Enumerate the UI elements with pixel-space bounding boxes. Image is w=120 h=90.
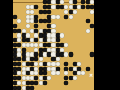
white-stone[interactable]	[39, 57, 43, 61]
white-stone[interactable]	[56, 71, 60, 75]
white-stone[interactable]	[51, 0, 55, 4]
white-stone[interactable]	[73, 10, 77, 14]
black-stone[interactable]	[64, 67, 68, 71]
white-stone[interactable]	[51, 62, 55, 66]
black-stone[interactable]	[34, 57, 38, 61]
white-stone[interactable]	[60, 48, 64, 52]
black-stone[interactable]	[86, 19, 90, 23]
white-stone[interactable]	[51, 71, 55, 75]
go-board[interactable]: ✕	[13, 0, 94, 90]
black-stone[interactable]	[17, 57, 21, 61]
white-stone[interactable]	[34, 67, 38, 71]
white-stone[interactable]	[64, 5, 68, 9]
white-stone[interactable]	[86, 29, 90, 33]
black-stone[interactable]	[34, 19, 38, 23]
black-stone[interactable]	[34, 81, 38, 85]
white-stone[interactable]	[51, 43, 55, 47]
white-stone[interactable]	[64, 43, 68, 47]
black-stone[interactable]	[17, 29, 21, 33]
black-stone[interactable]	[56, 38, 60, 42]
white-stone[interactable]	[34, 62, 38, 66]
black-stone[interactable]	[34, 5, 38, 9]
white-stone[interactable]	[69, 15, 73, 19]
white-stone[interactable]	[30, 10, 34, 14]
white-stone[interactable]	[81, 71, 85, 75]
white-stone[interactable]	[56, 57, 60, 61]
black-stone[interactable]	[69, 10, 73, 14]
white-stone[interactable]	[34, 48, 38, 52]
black-stone[interactable]	[77, 67, 81, 71]
white-stone[interactable]	[26, 33, 30, 37]
white-stone[interactable]	[17, 81, 21, 85]
white-stone[interactable]	[51, 29, 55, 33]
black-stone[interactable]	[17, 86, 21, 90]
white-stone[interactable]	[64, 71, 68, 75]
white-stone[interactable]	[60, 33, 64, 37]
white-stone[interactable]	[69, 5, 73, 9]
white-stone[interactable]	[17, 19, 21, 23]
black-stone[interactable]	[34, 15, 38, 19]
black-stone[interactable]	[13, 24, 17, 28]
black-stone[interactable]	[43, 81, 47, 85]
white-stone[interactable]	[51, 33, 55, 37]
black-stone[interactable]	[69, 52, 73, 56]
letterbox-left	[0, 0, 13, 90]
black-stone[interactable]	[17, 76, 21, 80]
black-stone[interactable]	[51, 57, 55, 61]
black-stone[interactable]	[69, 76, 73, 80]
black-stone[interactable]	[34, 38, 38, 42]
white-stone[interactable]	[47, 76, 51, 80]
black-stone[interactable]	[81, 5, 85, 9]
white-stone[interactable]	[17, 71, 21, 75]
white-stone[interactable]	[17, 38, 21, 42]
white-stone[interactable]	[51, 15, 55, 19]
black-stone[interactable]	[47, 10, 51, 14]
white-stone[interactable]	[51, 48, 55, 52]
white-stone[interactable]	[64, 52, 68, 56]
black-stone[interactable]	[86, 67, 90, 71]
black-stone[interactable]	[56, 67, 60, 71]
black-stone[interactable]	[43, 71, 47, 75]
white-stone[interactable]	[51, 38, 55, 42]
black-stone[interactable]	[64, 15, 68, 19]
white-stone[interactable]	[64, 10, 68, 14]
white-stone[interactable]	[34, 71, 38, 75]
white-stone[interactable]	[51, 52, 55, 56]
letterbox-right	[94, 0, 120, 90]
white-stone[interactable]	[51, 67, 55, 71]
white-stone[interactable]	[22, 29, 26, 33]
black-stone[interactable]	[34, 24, 38, 28]
black-stone[interactable]	[73, 0, 77, 4]
cursor-mark-icon: ✕	[89, 73, 93, 78]
white-stone[interactable]	[77, 62, 81, 66]
black-stone[interactable]	[81, 0, 85, 4]
white-stone[interactable]	[17, 33, 21, 37]
black-stone[interactable]	[17, 67, 21, 71]
white-stone[interactable]	[69, 0, 73, 4]
white-stone[interactable]	[51, 24, 55, 28]
white-stone[interactable]	[56, 62, 60, 66]
black-stone[interactable]	[30, 86, 34, 90]
white-stone[interactable]	[17, 52, 21, 56]
black-stone[interactable]	[47, 19, 51, 23]
black-stone[interactable]	[64, 62, 68, 66]
white-stone[interactable]	[26, 24, 30, 28]
white-stone[interactable]	[34, 33, 38, 37]
white-stone[interactable]	[56, 15, 60, 19]
black-stone[interactable]	[64, 81, 68, 85]
white-stone[interactable]	[60, 0, 64, 4]
black-stone[interactable]	[34, 29, 38, 33]
black-stone[interactable]	[22, 48, 26, 52]
go-game-screenshot: ✕	[0, 0, 120, 90]
black-stone[interactable]	[64, 76, 68, 80]
black-stone[interactable]	[13, 15, 17, 19]
black-stone[interactable]	[69, 67, 73, 71]
black-stone[interactable]	[34, 76, 38, 80]
white-stone[interactable]	[73, 76, 77, 80]
white-stone[interactable]	[34, 43, 38, 47]
white-stone[interactable]	[51, 5, 55, 9]
white-stone[interactable]	[17, 48, 21, 52]
black-stone[interactable]	[17, 43, 21, 47]
black-stone[interactable]	[17, 62, 21, 66]
black-stone[interactable]	[34, 52, 38, 56]
